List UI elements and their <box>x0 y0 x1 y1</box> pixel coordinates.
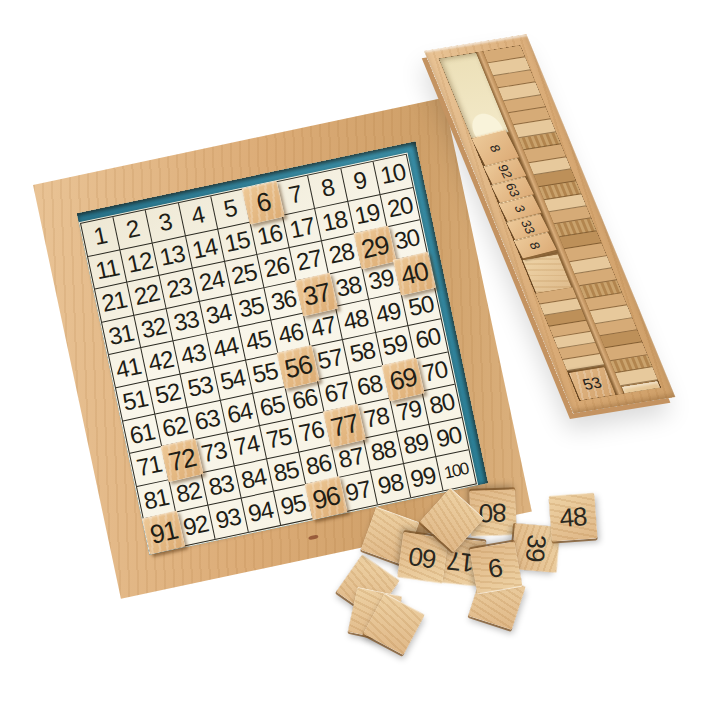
box-edge-tile-number: 3 <box>512 204 528 214</box>
loose-tile-48[interactable]: 48 <box>548 492 597 541</box>
box-edge-tile-number: 33 <box>518 219 537 235</box>
product-photo-scene: 1234567891011121314151617181920212223242… <box>0 0 701 701</box>
box-edge-tile-number: 92 <box>495 163 514 179</box>
box-edge-tile-number: 63 <box>503 182 522 198</box>
number-tile[interactable]: 69 <box>381 357 425 401</box>
board-grid: 1234567891011121314151617181920212223242… <box>80 154 477 554</box>
loose-tile-9[interactable]: 9 <box>469 541 522 594</box>
board-cell: 100 <box>436 451 475 491</box>
board-backing-blue-edge: 1234567891011121314151617181920212223242… <box>77 142 488 555</box>
box-edge-tile-number: 8 <box>528 241 544 251</box>
wood-knot <box>308 534 319 540</box>
box-edge-tile-number: 8 <box>487 143 503 153</box>
box-divider <box>476 51 623 394</box>
number-tile[interactable]: 40 <box>392 251 436 295</box>
number-card: 1234567891011121314151617181920212223242… <box>79 152 478 554</box>
